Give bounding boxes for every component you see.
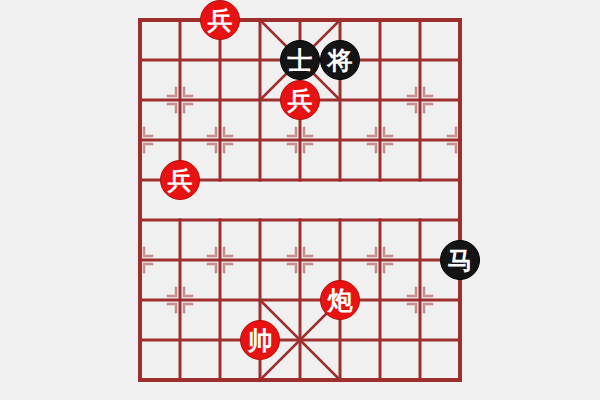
xiangqi-app: 兵士将兵兵马炮帅 [0, 0, 600, 400]
board-pieces: 兵士将兵兵马炮帅 [120, 0, 480, 400]
red-soldier-1[interactable]: 兵 [200, 0, 240, 40]
red-soldier-3[interactable]: 兵 [160, 160, 200, 200]
red-general[interactable]: 帅 [240, 320, 280, 360]
black-advisor[interactable]: 士 [280, 40, 320, 80]
black-horse[interactable]: 马 [440, 240, 480, 280]
red-cannon[interactable]: 炮 [320, 280, 360, 320]
black-general[interactable]: 将 [320, 40, 360, 80]
red-soldier-2[interactable]: 兵 [280, 80, 320, 120]
